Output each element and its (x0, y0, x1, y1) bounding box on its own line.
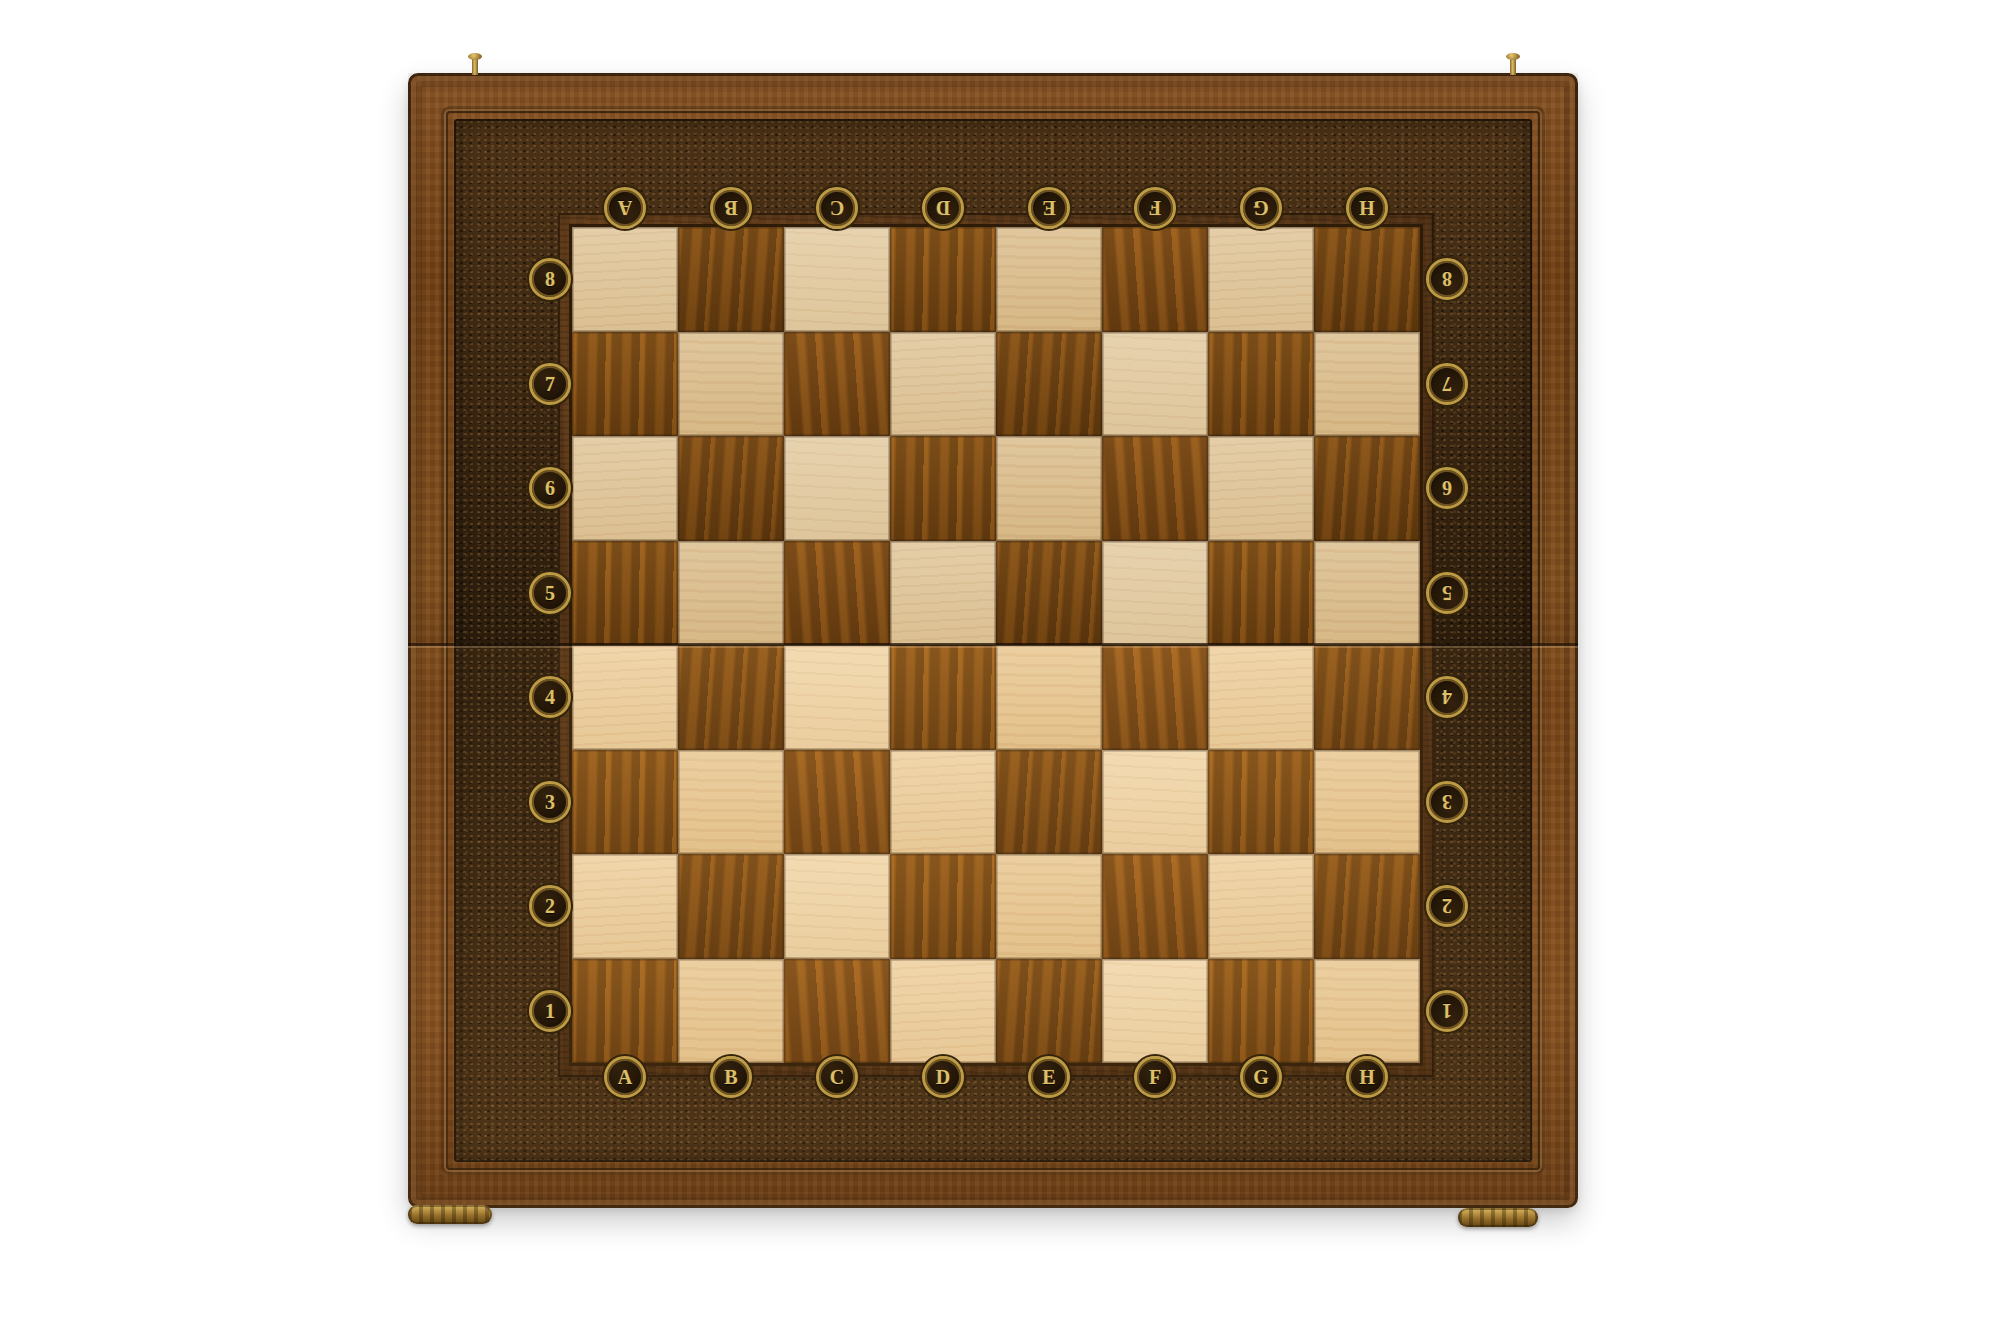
file-label-top-f: F (1134, 187, 1176, 229)
square-d3[interactable] (890, 750, 996, 855)
square-f4[interactable] (1102, 645, 1208, 750)
square-c3[interactable] (784, 750, 890, 855)
square-e3[interactable] (996, 750, 1102, 855)
rank-label-left-5: 5 (529, 572, 571, 614)
square-a3[interactable] (572, 750, 678, 855)
square-g3[interactable] (1208, 750, 1314, 855)
rank-label-left-1: 1 (529, 990, 571, 1032)
chess-board: AABBCCDDEEFFGGHH8877665544332211 (408, 73, 1578, 1208)
rank-label-right-3: 3 (1426, 781, 1468, 823)
square-g5[interactable] (1208, 541, 1314, 646)
square-a1[interactable] (572, 959, 678, 1064)
brass-foot-left (408, 1205, 492, 1224)
rank-label-left-7: 7 (529, 363, 571, 405)
square-d4[interactable] (890, 645, 996, 750)
file-label-bottom-h: H (1346, 1056, 1388, 1098)
square-e1[interactable] (996, 959, 1102, 1064)
brass-foot-right (1458, 1208, 1538, 1227)
file-label-top-b: B (710, 187, 752, 229)
square-e2[interactable] (996, 854, 1102, 959)
square-e8[interactable] (996, 227, 1102, 332)
rank-label-right-1: 1 (1426, 990, 1468, 1032)
square-c4[interactable] (784, 645, 890, 750)
square-b7[interactable] (678, 332, 784, 437)
hinge-pin-left (472, 58, 478, 75)
square-c7[interactable] (784, 332, 890, 437)
file-label-top-d: D (922, 187, 964, 229)
file-label-bottom-g: G (1240, 1056, 1282, 1098)
square-h5[interactable] (1314, 541, 1420, 646)
rank-label-left-8: 8 (529, 258, 571, 300)
file-label-bottom-f: F (1134, 1056, 1176, 1098)
square-g7[interactable] (1208, 332, 1314, 437)
hinge-pin-right (1510, 58, 1516, 75)
square-b1[interactable] (678, 959, 784, 1064)
square-b5[interactable] (678, 541, 784, 646)
square-g1[interactable] (1208, 959, 1314, 1064)
file-label-bottom-a: A (604, 1056, 646, 1098)
file-label-top-a: A (604, 187, 646, 229)
rank-label-right-7: 7 (1426, 363, 1468, 405)
square-f8[interactable] (1102, 227, 1208, 332)
square-b3[interactable] (678, 750, 784, 855)
square-d1[interactable] (890, 959, 996, 1064)
square-g2[interactable] (1208, 854, 1314, 959)
rank-label-left-6: 6 (529, 467, 571, 509)
board-grid (572, 227, 1420, 1063)
file-label-top-h: H (1346, 187, 1388, 229)
square-g6[interactable] (1208, 436, 1314, 541)
square-h7[interactable] (1314, 332, 1420, 437)
file-label-bottom-d: D (922, 1056, 964, 1098)
square-b2[interactable] (678, 854, 784, 959)
square-f3[interactable] (1102, 750, 1208, 855)
square-h1[interactable] (1314, 959, 1420, 1064)
square-f1[interactable] (1102, 959, 1208, 1064)
square-c5[interactable] (784, 541, 890, 646)
square-g8[interactable] (1208, 227, 1314, 332)
square-e5[interactable] (996, 541, 1102, 646)
file-label-top-g: G (1240, 187, 1282, 229)
square-a6[interactable] (572, 436, 678, 541)
rank-label-right-2: 2 (1426, 885, 1468, 927)
square-b6[interactable] (678, 436, 784, 541)
file-label-top-e: E (1028, 187, 1070, 229)
square-a5[interactable] (572, 541, 678, 646)
rank-label-left-2: 2 (529, 885, 571, 927)
square-e6[interactable] (996, 436, 1102, 541)
square-d8[interactable] (890, 227, 996, 332)
square-a8[interactable] (572, 227, 678, 332)
file-label-top-c: C (816, 187, 858, 229)
square-f6[interactable] (1102, 436, 1208, 541)
rank-label-right-5: 5 (1426, 572, 1468, 614)
rank-label-right-6: 6 (1426, 467, 1468, 509)
square-f7[interactable] (1102, 332, 1208, 437)
square-h3[interactable] (1314, 750, 1420, 855)
square-d7[interactable] (890, 332, 996, 437)
square-b4[interactable] (678, 645, 784, 750)
square-e7[interactable] (996, 332, 1102, 437)
square-a2[interactable] (572, 854, 678, 959)
square-c2[interactable] (784, 854, 890, 959)
rank-label-right-8: 8 (1426, 258, 1468, 300)
square-h2[interactable] (1314, 854, 1420, 959)
square-d5[interactable] (890, 541, 996, 646)
square-a7[interactable] (572, 332, 678, 437)
square-c8[interactable] (784, 227, 890, 332)
square-h6[interactable] (1314, 436, 1420, 541)
square-c1[interactable] (784, 959, 890, 1064)
square-c6[interactable] (784, 436, 890, 541)
square-e4[interactable] (996, 645, 1102, 750)
square-d2[interactable] (890, 854, 996, 959)
rank-label-left-4: 4 (529, 676, 571, 718)
rank-label-right-4: 4 (1426, 676, 1468, 718)
square-g4[interactable] (1208, 645, 1314, 750)
square-a4[interactable] (572, 645, 678, 750)
file-label-bottom-b: B (710, 1056, 752, 1098)
square-f5[interactable] (1102, 541, 1208, 646)
square-d6[interactable] (890, 436, 996, 541)
square-b8[interactable] (678, 227, 784, 332)
square-h4[interactable] (1314, 645, 1420, 750)
rank-label-left-3: 3 (529, 781, 571, 823)
file-label-bottom-e: E (1028, 1056, 1070, 1098)
square-f2[interactable] (1102, 854, 1208, 959)
square-h8[interactable] (1314, 227, 1420, 332)
file-label-bottom-c: C (816, 1056, 858, 1098)
